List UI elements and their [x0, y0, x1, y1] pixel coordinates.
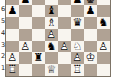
square-a4[interactable]	[6, 29, 19, 41]
square-h3[interactable]: ♟♙	[97, 41, 110, 53]
white-piece-fill: ♛	[45, 64, 58, 76]
white-pawn-piece: ♙	[45, 29, 58, 41]
black-queen-piece: ♛	[71, 17, 84, 29]
square-d3[interactable]: ♞	[45, 41, 58, 53]
square-c4[interactable]	[32, 29, 45, 41]
white-pawn-piece: ♙	[58, 41, 71, 53]
square-g1[interactable]	[84, 64, 97, 76]
white-queen-piece: ♕	[45, 64, 58, 76]
square-g4[interactable]	[84, 29, 97, 41]
square-a3[interactable]	[6, 41, 19, 53]
black-bishop-piece: ♝	[45, 5, 58, 17]
square-e6[interactable]	[58, 5, 71, 17]
white-piece-fill: ♚	[84, 52, 97, 64]
square-f5[interactable]: ♛	[71, 17, 84, 29]
square-h1[interactable]	[97, 64, 110, 76]
square-d6[interactable]: ♝	[45, 5, 58, 17]
square-g6[interactable]: ♟	[84, 5, 97, 17]
square-e5[interactable]	[58, 17, 71, 29]
square-e1[interactable]	[58, 64, 71, 76]
square-b3[interactable]: ♟♙	[19, 41, 32, 53]
white-bishop-piece: ♗	[45, 17, 58, 29]
square-b6[interactable]	[19, 5, 32, 17]
square-f2[interactable]: ♟♙	[71, 52, 84, 64]
square-b5[interactable]	[19, 17, 32, 29]
white-piece-fill: ♟	[97, 41, 110, 53]
square-c1[interactable]	[32, 64, 45, 76]
square-f3[interactable]: ♞♘	[71, 41, 84, 53]
square-h5[interactable]: ♞	[97, 17, 110, 29]
white-king-piece: ♔	[84, 52, 97, 64]
black-rook-piece: ♜	[32, 52, 45, 64]
white-piece-fill: ♜	[6, 64, 19, 76]
square-g3[interactable]	[84, 41, 97, 53]
square-b2[interactable]	[19, 52, 32, 64]
square-d1[interactable]: ♛♕	[45, 64, 58, 76]
square-g5[interactable]	[84, 17, 97, 29]
square-f1[interactable]: ♜♖	[71, 64, 84, 76]
square-a1[interactable]: ♜♖	[6, 64, 19, 76]
black-knight-piece: ♞	[45, 41, 58, 53]
square-d4[interactable]: ♟♙	[45, 29, 58, 41]
black-knight-piece: ♞	[97, 17, 110, 29]
square-f4[interactable]	[71, 29, 84, 41]
white-piece-fill: ♞	[71, 41, 84, 53]
white-piece-fill: ♟	[6, 52, 19, 64]
white-rook-piece: ♖	[6, 64, 19, 76]
white-piece-fill: ♟	[71, 52, 84, 64]
square-e4[interactable]	[58, 29, 71, 41]
white-piece-fill: ♟	[19, 41, 32, 53]
white-pawn-piece: ♙	[97, 41, 110, 53]
square-e2[interactable]	[58, 52, 71, 64]
square-b1[interactable]	[19, 64, 32, 76]
square-h4[interactable]	[97, 29, 110, 41]
square-b4[interactable]	[19, 29, 32, 41]
square-d5[interactable]: ♝♗	[45, 17, 58, 29]
square-a2[interactable]: ♟♙	[6, 52, 19, 64]
white-pawn-piece: ♙	[71, 52, 84, 64]
square-c6[interactable]	[32, 5, 45, 17]
white-piece-fill: ♜	[71, 64, 84, 76]
square-a5[interactable]	[6, 17, 19, 29]
chess-board[interactable]: ♟♟♚♟♝♟♝♗♛♞♟♙♟♙♞♟♙♞♘♟♙♟♙♜♟♙♚♔♜♖♛♕♜♖	[5, 0, 111, 77]
square-c2[interactable]: ♜	[32, 52, 45, 64]
black-pawn-piece: ♟	[84, 5, 97, 17]
square-c3[interactable]	[32, 41, 45, 53]
square-a6[interactable]: ♟	[6, 5, 19, 17]
white-pawn-piece: ♙	[19, 41, 32, 53]
white-pawn-piece: ♙	[6, 52, 19, 64]
square-h2[interactable]	[97, 52, 110, 64]
white-piece-fill: ♟	[58, 41, 71, 53]
square-d2[interactable]	[45, 52, 58, 64]
square-g2[interactable]: ♚♔	[84, 52, 97, 64]
square-c5[interactable]	[32, 17, 45, 29]
white-piece-fill: ♟	[45, 29, 58, 41]
square-e3[interactable]: ♟♙	[58, 41, 71, 53]
white-piece-fill: ♝	[45, 17, 58, 29]
white-rook-piece: ♖	[71, 64, 84, 76]
chess-board-screenshot: 87654321 ♟♟♚♟♝♟♝♗♛♞♟♙♟♙♞♟♙♞♘♟♙♟♙♜♟♙♚♔♜♖♛…	[0, 0, 120, 80]
square-f6[interactable]	[71, 5, 84, 17]
square-h6[interactable]	[97, 5, 110, 17]
white-knight-piece: ♘	[71, 41, 84, 53]
black-pawn-piece: ♟	[6, 5, 19, 17]
